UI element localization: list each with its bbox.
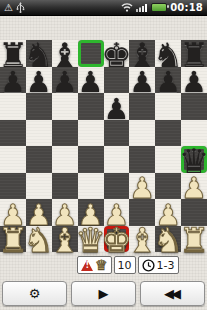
- square-h8[interactable]: ♜: [181, 40, 207, 67]
- status-bar: ⚠: [0, 0, 207, 16]
- square-f8[interactable]: ♝: [129, 40, 155, 67]
- square-e3[interactable]: [104, 173, 130, 200]
- square-c7[interactable]: ♟: [52, 67, 78, 94]
- square-d4[interactable]: [78, 146, 104, 173]
- square-g6[interactable]: [155, 93, 181, 120]
- square-f3[interactable]: ♟: [129, 173, 155, 200]
- square-d3[interactable]: [78, 173, 104, 200]
- wifi-icon: [121, 3, 133, 12]
- clock-time: 00:18: [170, 2, 203, 13]
- rewind-icon: ◀◀: [164, 287, 181, 300]
- settings-button[interactable]: ⚙: [2, 281, 67, 306]
- square-a4[interactable]: [0, 146, 26, 173]
- square-e6[interactable]: ♟: [104, 93, 130, 120]
- signal-icon: [136, 3, 148, 12]
- square-h1[interactable]: ♜: [181, 226, 207, 253]
- square-f6[interactable]: [129, 93, 155, 120]
- square-e4[interactable]: [104, 146, 130, 173]
- control-bar: ⚙ ▶ ◀◀: [0, 281, 207, 306]
- play-icon: ▶: [99, 287, 109, 300]
- square-b7[interactable]: ♟: [26, 67, 52, 94]
- piece-white-rook-h1[interactable]: ♜: [179, 223, 207, 257]
- square-c1[interactable]: ♝: [52, 226, 78, 253]
- rewind-button[interactable]: ◀◀: [140, 281, 205, 306]
- square-f1[interactable]: ♝: [129, 226, 155, 253]
- square-f7[interactable]: ♟: [129, 67, 155, 94]
- square-b3[interactable]: [26, 173, 52, 200]
- square-h7[interactable]: ♟: [181, 67, 207, 94]
- square-g4[interactable]: [155, 146, 181, 173]
- square-g3[interactable]: [155, 173, 181, 200]
- square-c6[interactable]: [52, 93, 78, 120]
- square-a6[interactable]: [0, 93, 26, 120]
- square-g8[interactable]: ♞: [155, 40, 181, 67]
- square-f5[interactable]: [129, 120, 155, 147]
- usb-icon: [16, 2, 25, 13]
- warning-icon: ⚠: [4, 3, 13, 13]
- square-e1[interactable]: ♚: [104, 226, 130, 253]
- square-b8[interactable]: ♞: [26, 40, 52, 67]
- play-button[interactable]: ▶: [71, 281, 136, 306]
- square-h3[interactable]: ♟: [181, 173, 207, 200]
- square-c4[interactable]: [52, 146, 78, 173]
- clock-value: 1-3: [157, 260, 175, 271]
- clock-icon: [142, 259, 155, 272]
- square-a7[interactable]: ♟: [0, 67, 26, 94]
- square-b1[interactable]: ♞: [26, 226, 52, 253]
- square-a1[interactable]: ♜: [0, 226, 26, 253]
- square-b4[interactable]: [26, 146, 52, 173]
- square-d1[interactable]: ♛: [78, 226, 104, 253]
- gear-icon: ⚙: [29, 287, 41, 300]
- square-a5[interactable]: [0, 120, 26, 147]
- square-b5[interactable]: [26, 120, 52, 147]
- square-a3[interactable]: [0, 173, 26, 200]
- square-b6[interactable]: [26, 93, 52, 120]
- square-c8[interactable]: ♝: [52, 40, 78, 67]
- square-g7[interactable]: ♟: [155, 67, 181, 94]
- square-g5[interactable]: [155, 120, 181, 147]
- square-h4[interactable]: ♛: [181, 146, 207, 173]
- battery-icon: [151, 3, 167, 12]
- square-f4[interactable]: [129, 146, 155, 173]
- square-g1[interactable]: ♞: [155, 226, 181, 253]
- square-d5[interactable]: [78, 120, 104, 147]
- square-c5[interactable]: [52, 120, 78, 147]
- square-e8[interactable]: ♚: [104, 40, 130, 67]
- square-e7[interactable]: [104, 67, 130, 94]
- square-d8[interactable]: [78, 40, 104, 67]
- square-c3[interactable]: [52, 173, 78, 200]
- chess-board[interactable]: ♜♞♝♚♝♞♜♟♟♟♟♟♟♟♟♛♟♟♟♟♟♟♟♟♜♞♝♛♚♝♞♜: [0, 40, 207, 252]
- app-screen: ⚠: [0, 0, 207, 310]
- square-h6[interactable]: [181, 93, 207, 120]
- square-a8[interactable]: ♜: [0, 40, 26, 67]
- square-d6[interactable]: [78, 93, 104, 120]
- warning-icon: [81, 260, 93, 271]
- queen-icon: ♛: [95, 258, 108, 272]
- counter-value: 10: [118, 260, 132, 271]
- square-d7[interactable]: ♟: [78, 67, 104, 94]
- square-e5[interactable]: [104, 120, 130, 147]
